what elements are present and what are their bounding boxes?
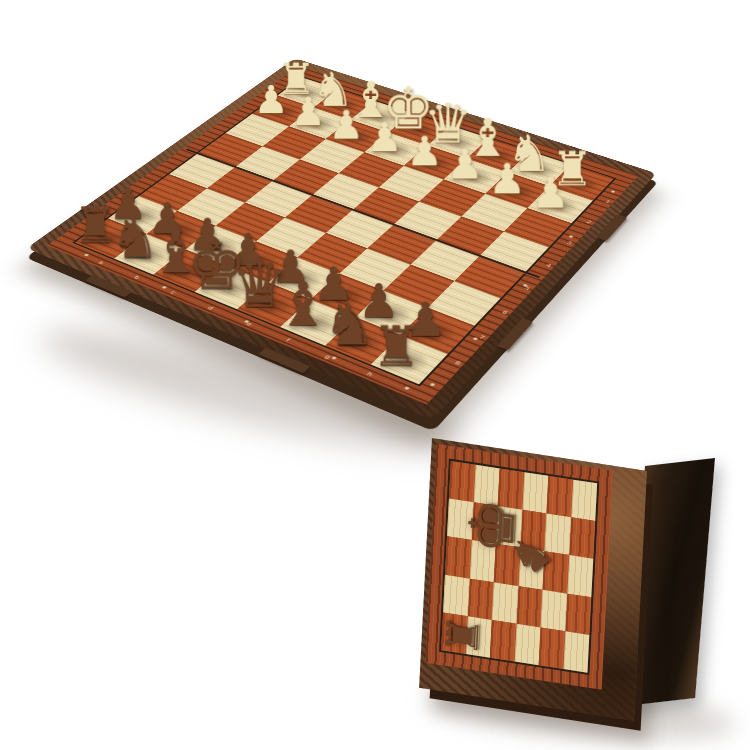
file-label: f <box>284 338 291 344</box>
rank-label: 2 <box>585 220 593 225</box>
folded-board-square <box>490 620 516 662</box>
folded-board-square <box>563 631 589 673</box>
piece-white-pawn: ♟ <box>367 118 403 158</box>
frame-screw <box>610 190 615 193</box>
folded-board-square <box>516 586 542 628</box>
folded-board-square <box>565 593 591 635</box>
folded-board-square <box>571 480 597 522</box>
file-label: b <box>132 275 141 281</box>
folded-board-face: ♚♞♜ <box>419 438 647 721</box>
folded-board-square <box>467 578 493 620</box>
folded-board-square <box>514 624 540 666</box>
rank-label: 8 <box>453 360 462 367</box>
piece-dark-knight: ♞ <box>323 295 376 354</box>
magnet-piece-rook: ♜ <box>440 613 486 659</box>
product-photo: ♜♞♝♚♛♝♞♜♟♟♟♟♟♟♟♟♟♟♟♟♟♟♟♟♜♞♝♚♛♝♞♜ abcdefg… <box>0 0 750 750</box>
file-label: a <box>97 260 106 266</box>
file-label: c <box>169 290 178 296</box>
folded-board-square <box>567 555 593 597</box>
frame-screw <box>429 383 435 387</box>
folded-board-square <box>541 589 567 631</box>
piece-white-pawn: ♟ <box>488 158 525 200</box>
folded-board-square <box>539 627 565 669</box>
piece-white-pawn: ♟ <box>328 105 363 144</box>
piece-white-pawn: ♟ <box>531 173 569 215</box>
folded-board-square <box>569 517 595 559</box>
board-foot <box>497 318 533 350</box>
rank-label: 6 <box>501 309 510 315</box>
folded-board-square <box>492 582 518 624</box>
rank-label: 3 <box>565 241 573 246</box>
piece-white-pawn: ♟ <box>254 81 289 119</box>
piece-white-pawn: ♟ <box>406 131 442 172</box>
rank-label: 4 <box>545 263 553 269</box>
file-label: d <box>206 305 215 311</box>
piece-white-pawn: ♟ <box>447 145 484 186</box>
piece-white-pawn: ♟ <box>291 93 326 132</box>
piece-dark-rook: ♜ <box>371 318 421 373</box>
frame-screw <box>404 386 410 390</box>
folded-board-square <box>546 476 572 518</box>
rank-label: 1 <box>604 199 611 204</box>
rank-label: 7 <box>477 334 486 340</box>
folded-board-square <box>443 574 469 616</box>
board-foot <box>596 214 627 241</box>
